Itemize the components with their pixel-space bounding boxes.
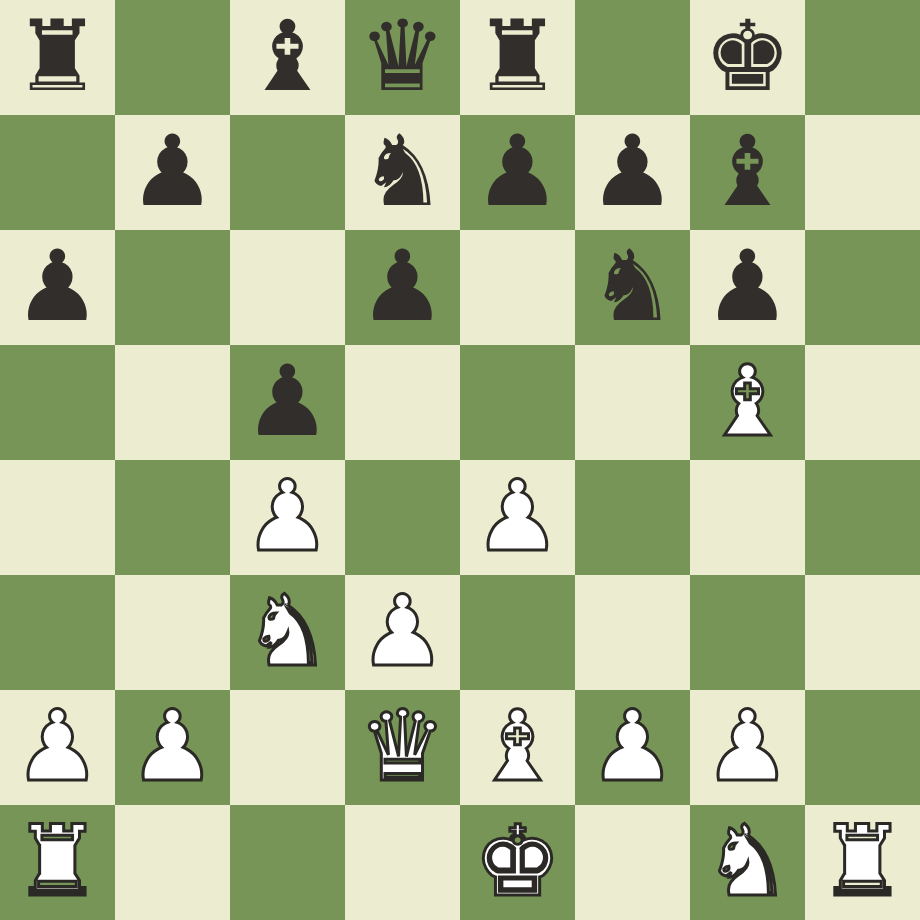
white-pawn[interactable]: ♟: [474, 467, 562, 565]
square-a4[interactable]: [0, 460, 115, 575]
square-a5[interactable]: [0, 345, 115, 460]
black-knight[interactable]: ♞: [359, 122, 447, 220]
square-d6[interactable]: ♟: [345, 230, 460, 345]
square-e6[interactable]: [460, 230, 575, 345]
square-c6[interactable]: [230, 230, 345, 345]
square-f1[interactable]: [575, 805, 690, 920]
square-f2[interactable]: ♟: [575, 690, 690, 805]
black-pawn[interactable]: ♟: [474, 122, 562, 220]
square-h1[interactable]: ♜: [805, 805, 920, 920]
square-f6[interactable]: ♞: [575, 230, 690, 345]
square-f5[interactable]: [575, 345, 690, 460]
square-g5[interactable]: ♝: [690, 345, 805, 460]
square-f8[interactable]: [575, 0, 690, 115]
white-queen[interactable]: ♛: [359, 697, 447, 795]
square-e5[interactable]: [460, 345, 575, 460]
square-a8[interactable]: ♜: [0, 0, 115, 115]
square-a1[interactable]: ♜: [0, 805, 115, 920]
square-e2[interactable]: ♝: [460, 690, 575, 805]
white-king[interactable]: ♚: [474, 812, 562, 910]
square-b2[interactable]: ♟: [115, 690, 230, 805]
square-g7[interactable]: ♝: [690, 115, 805, 230]
black-pawn[interactable]: ♟: [704, 237, 792, 335]
white-pawn[interactable]: ♟: [359, 582, 447, 680]
black-pawn[interactable]: ♟: [589, 122, 677, 220]
black-pawn[interactable]: ♟: [14, 237, 102, 335]
white-pawn[interactable]: ♟: [704, 697, 792, 795]
black-queen[interactable]: ♛: [359, 7, 447, 105]
square-g1[interactable]: ♞: [690, 805, 805, 920]
white-rook[interactable]: ♜: [819, 812, 907, 910]
white-pawn[interactable]: ♟: [129, 697, 217, 795]
square-d5[interactable]: [345, 345, 460, 460]
square-c1[interactable]: [230, 805, 345, 920]
white-knight[interactable]: ♞: [244, 582, 332, 680]
square-b3[interactable]: [115, 575, 230, 690]
black-pawn[interactable]: ♟: [359, 237, 447, 335]
square-c7[interactable]: [230, 115, 345, 230]
square-h8[interactable]: [805, 0, 920, 115]
white-knight[interactable]: ♞: [704, 812, 792, 910]
square-e4[interactable]: ♟: [460, 460, 575, 575]
square-b8[interactable]: [115, 0, 230, 115]
white-pawn[interactable]: ♟: [589, 697, 677, 795]
black-king[interactable]: ♚: [704, 7, 792, 105]
black-rook[interactable]: ♜: [474, 7, 562, 105]
square-d4[interactable]: [345, 460, 460, 575]
square-f7[interactable]: ♟: [575, 115, 690, 230]
square-c2[interactable]: [230, 690, 345, 805]
chess-board: ♜♝♛♜♚♟♞♟♟♝♟♟♞♟♟♝♟♟♞♟♟♟♛♝♟♟♜♚♞♜: [0, 0, 920, 920]
square-g4[interactable]: [690, 460, 805, 575]
square-f4[interactable]: [575, 460, 690, 575]
square-e7[interactable]: ♟: [460, 115, 575, 230]
square-e3[interactable]: [460, 575, 575, 690]
black-pawn[interactable]: ♟: [244, 352, 332, 450]
square-d1[interactable]: [345, 805, 460, 920]
square-c4[interactable]: ♟: [230, 460, 345, 575]
black-bishop[interactable]: ♝: [704, 122, 792, 220]
square-h4[interactable]: [805, 460, 920, 575]
square-e1[interactable]: ♚: [460, 805, 575, 920]
square-b7[interactable]: ♟: [115, 115, 230, 230]
black-rook[interactable]: ♜: [14, 7, 102, 105]
square-d2[interactable]: ♛: [345, 690, 460, 805]
square-h5[interactable]: [805, 345, 920, 460]
square-h6[interactable]: [805, 230, 920, 345]
square-d3[interactable]: ♟: [345, 575, 460, 690]
square-f3[interactable]: [575, 575, 690, 690]
square-d7[interactable]: ♞: [345, 115, 460, 230]
square-b6[interactable]: [115, 230, 230, 345]
white-rook[interactable]: ♜: [14, 812, 102, 910]
black-bishop[interactable]: ♝: [244, 7, 332, 105]
square-b4[interactable]: [115, 460, 230, 575]
black-pawn[interactable]: ♟: [129, 122, 217, 220]
white-bishop[interactable]: ♝: [704, 352, 792, 450]
square-a7[interactable]: [0, 115, 115, 230]
white-pawn[interactable]: ♟: [244, 467, 332, 565]
square-g2[interactable]: ♟: [690, 690, 805, 805]
square-d8[interactable]: ♛: [345, 0, 460, 115]
square-a6[interactable]: ♟: [0, 230, 115, 345]
square-g6[interactable]: ♟: [690, 230, 805, 345]
white-pawn[interactable]: ♟: [14, 697, 102, 795]
square-g8[interactable]: ♚: [690, 0, 805, 115]
square-c8[interactable]: ♝: [230, 0, 345, 115]
white-bishop[interactable]: ♝: [474, 697, 562, 795]
square-b5[interactable]: [115, 345, 230, 460]
square-c3[interactable]: ♞: [230, 575, 345, 690]
square-h2[interactable]: [805, 690, 920, 805]
square-c5[interactable]: ♟: [230, 345, 345, 460]
square-a2[interactable]: ♟: [0, 690, 115, 805]
square-e8[interactable]: ♜: [460, 0, 575, 115]
square-g3[interactable]: [690, 575, 805, 690]
square-h7[interactable]: [805, 115, 920, 230]
square-a3[interactable]: [0, 575, 115, 690]
square-h3[interactable]: [805, 575, 920, 690]
square-b1[interactable]: [115, 805, 230, 920]
black-knight[interactable]: ♞: [589, 237, 677, 335]
